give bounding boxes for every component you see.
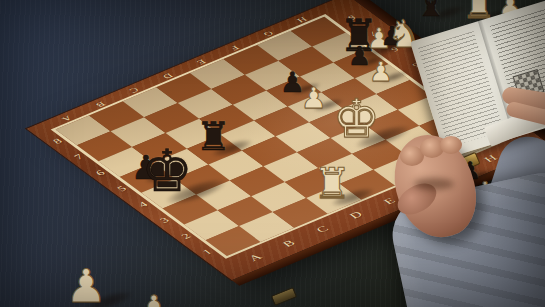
coord-file-bottom-C: C <box>314 224 331 234</box>
coord-file-top-A: A <box>60 114 73 122</box>
hand-fingers-on-book <box>500 88 545 128</box>
coord-file-bottom-A: A <box>246 252 263 262</box>
coord-rank-left-6: 6 <box>93 169 106 177</box>
coord-rank-right-7: 7 <box>368 30 379 37</box>
coord-rank-left-3: 3 <box>158 216 171 224</box>
scene: AABBCCDDEEFFGGHH1122334455667788 ♜♚♟♟♚♟♜… <box>0 0 545 307</box>
coord-file-top-E: E <box>195 58 207 65</box>
coord-file-top-D: D <box>161 72 174 80</box>
coord-file-top-B: B <box>94 100 107 107</box>
coord-rank-right-8: 8 <box>346 14 357 21</box>
coord-file-top-G: G <box>261 30 274 38</box>
board-hinge <box>271 287 297 306</box>
captured-black-bishop-shadow <box>429 2 468 23</box>
coord-rank-left-2: 2 <box>179 232 192 240</box>
captured-black-bishop: ♝ <box>416 0 446 21</box>
knuckle <box>440 136 462 154</box>
coord-file-bottom-H: H <box>481 154 498 164</box>
coord-rank-right-6: 6 <box>389 46 400 53</box>
captured-white-pawn: ♟ <box>136 290 172 307</box>
coord-file-bottom-B: B <box>280 238 297 248</box>
hand-crease-shadow <box>414 178 454 190</box>
coord-file-top-F: F <box>229 44 241 51</box>
coord-file-top-C: C <box>127 86 140 93</box>
coord-file-bottom-D: D <box>347 210 364 220</box>
hand-fist-on-board-edge <box>396 134 474 238</box>
coord-file-top-H: H <box>295 16 308 24</box>
coord-rank-left-1: 1 <box>201 248 214 256</box>
coord-rank-left-4: 4 <box>136 200 149 208</box>
captured-white-pawn-shadow <box>83 287 135 307</box>
captured-white-pawn: ♟ <box>65 263 106 307</box>
coord-rank-left-7: 7 <box>72 153 85 161</box>
coord-rank-left-8: 8 <box>51 137 64 145</box>
coord-rank-left-5: 5 <box>115 185 128 193</box>
